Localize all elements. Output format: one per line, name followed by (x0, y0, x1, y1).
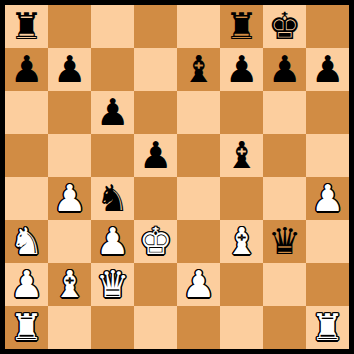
square-b6[interactable] (48, 91, 91, 134)
piece-black-pawn: ♟ (268, 48, 301, 91)
square-f3[interactable]: ♝ (220, 220, 263, 263)
square-e6[interactable] (177, 91, 220, 134)
square-a8[interactable]: ♜ (5, 5, 48, 48)
square-e8[interactable] (177, 5, 220, 48)
square-a1[interactable]: ♜ (5, 306, 48, 349)
square-f7[interactable]: ♟ (220, 48, 263, 91)
square-c3[interactable]: ♟ (91, 220, 134, 263)
piece-white-bishop: ♝ (53, 263, 86, 306)
square-a5[interactable] (5, 134, 48, 177)
square-b1[interactable] (48, 306, 91, 349)
square-e2[interactable]: ♟ (177, 263, 220, 306)
piece-white-pawn: ♟ (182, 263, 215, 306)
square-e1[interactable] (177, 306, 220, 349)
square-f2[interactable] (220, 263, 263, 306)
piece-white-pawn: ♟ (53, 177, 86, 220)
square-d7[interactable] (134, 48, 177, 91)
square-c7[interactable] (91, 48, 134, 91)
square-g3[interactable]: ♛ (263, 220, 306, 263)
square-h2[interactable] (306, 263, 349, 306)
square-f4[interactable] (220, 177, 263, 220)
square-a4[interactable] (5, 177, 48, 220)
square-a7[interactable]: ♟ (5, 48, 48, 91)
square-h3[interactable] (306, 220, 349, 263)
square-e5[interactable] (177, 134, 220, 177)
square-f1[interactable] (220, 306, 263, 349)
square-f8[interactable]: ♜ (220, 5, 263, 48)
piece-black-bishop: ♝ (182, 48, 215, 91)
square-c4[interactable]: ♞ (91, 177, 134, 220)
piece-black-pawn: ♟ (311, 48, 344, 91)
square-d5[interactable]: ♟ (134, 134, 177, 177)
square-g6[interactable] (263, 91, 306, 134)
square-c5[interactable] (91, 134, 134, 177)
square-h5[interactable] (306, 134, 349, 177)
square-b8[interactable] (48, 5, 91, 48)
square-e3[interactable] (177, 220, 220, 263)
square-c2[interactable]: ♛ (91, 263, 134, 306)
piece-white-rook: ♜ (10, 306, 43, 349)
square-d1[interactable] (134, 306, 177, 349)
piece-white-king: ♚ (139, 220, 172, 263)
square-c6[interactable]: ♟ (91, 91, 134, 134)
board-frame: ♜♜♚♟♟♝♟♟♟♟♟♝♟♞♟♞♟♚♝♛♟♝♛♟♜♜ (0, 0, 354, 354)
square-g5[interactable] (263, 134, 306, 177)
piece-white-pawn: ♟ (96, 220, 129, 263)
chess-board: ♜♜♚♟♟♝♟♟♟♟♟♝♟♞♟♞♟♚♝♛♟♝♛♟♜♜ (5, 5, 349, 349)
square-e7[interactable]: ♝ (177, 48, 220, 91)
square-f6[interactable] (220, 91, 263, 134)
piece-white-knight: ♞ (10, 220, 43, 263)
square-g1[interactable] (263, 306, 306, 349)
piece-black-pawn: ♟ (10, 48, 43, 91)
square-e4[interactable] (177, 177, 220, 220)
piece-black-pawn: ♟ (96, 91, 129, 134)
piece-black-pawn: ♟ (53, 48, 86, 91)
piece-black-pawn: ♟ (139, 134, 172, 177)
square-c8[interactable] (91, 5, 134, 48)
square-a3[interactable]: ♞ (5, 220, 48, 263)
square-h1[interactable]: ♜ (306, 306, 349, 349)
piece-black-knight: ♞ (96, 177, 129, 220)
square-f5[interactable]: ♝ (220, 134, 263, 177)
piece-black-pawn: ♟ (225, 48, 258, 91)
square-d2[interactable] (134, 263, 177, 306)
square-b4[interactable]: ♟ (48, 177, 91, 220)
square-g8[interactable]: ♚ (263, 5, 306, 48)
piece-white-bishop: ♝ (225, 220, 258, 263)
piece-white-rook: ♜ (311, 306, 344, 349)
square-b7[interactable]: ♟ (48, 48, 91, 91)
piece-black-rook: ♜ (225, 5, 258, 48)
square-b2[interactable]: ♝ (48, 263, 91, 306)
piece-black-bishop: ♝ (225, 134, 258, 177)
square-b3[interactable] (48, 220, 91, 263)
square-a2[interactable]: ♟ (5, 263, 48, 306)
piece-black-queen: ♛ (268, 220, 301, 263)
square-a6[interactable] (5, 91, 48, 134)
piece-white-pawn: ♟ (311, 177, 344, 220)
piece-black-rook: ♜ (10, 5, 43, 48)
square-h4[interactable]: ♟ (306, 177, 349, 220)
piece-white-pawn: ♟ (10, 263, 43, 306)
square-g7[interactable]: ♟ (263, 48, 306, 91)
square-g4[interactable] (263, 177, 306, 220)
piece-white-queen: ♛ (96, 263, 129, 306)
square-d6[interactable] (134, 91, 177, 134)
square-d8[interactable] (134, 5, 177, 48)
square-h6[interactable] (306, 91, 349, 134)
square-d3[interactable]: ♚ (134, 220, 177, 263)
square-c1[interactable] (91, 306, 134, 349)
piece-black-king: ♚ (268, 5, 301, 48)
square-h7[interactable]: ♟ (306, 48, 349, 91)
square-h8[interactable] (306, 5, 349, 48)
square-d4[interactable] (134, 177, 177, 220)
square-g2[interactable] (263, 263, 306, 306)
square-b5[interactable] (48, 134, 91, 177)
